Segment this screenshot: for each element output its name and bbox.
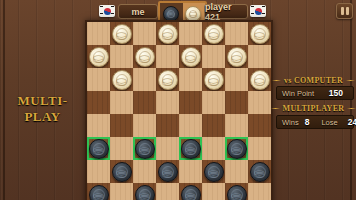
square-f4[interactable]: [202, 114, 225, 137]
square-b4[interactable]: [110, 114, 133, 137]
square-c8[interactable]: [133, 22, 156, 45]
square-a5[interactable]: [87, 91, 110, 114]
square-b3[interactable]: [110, 137, 133, 160]
square-b2[interactable]: ⛂: [110, 160, 133, 183]
checker-dark[interactable]: ⛂: [135, 185, 155, 201]
square-c5[interactable]: [133, 91, 156, 114]
square-a3[interactable]: ⛂: [87, 137, 110, 160]
square-c7[interactable]: ⛀: [133, 45, 156, 68]
player-name-opponent: player 421: [204, 4, 248, 19]
taegeuk-icon: [104, 8, 111, 15]
square-h2[interactable]: ⛂: [248, 160, 271, 183]
flag-trigram: [111, 6, 114, 9]
square-d3[interactable]: [156, 137, 179, 160]
wins-label: Wins: [282, 118, 299, 127]
square-f5[interactable]: [202, 91, 225, 114]
square-h4[interactable]: [248, 114, 271, 137]
flag-trigram: [262, 6, 265, 9]
decorative-line: [271, 108, 280, 109]
pause-icon: [341, 7, 344, 15]
checker-light[interactable]: ⛀: [158, 24, 178, 44]
board: ⛀⛀⛀⛀⛀⛀⛀⛀⛀⛀⛀⛀⛂⛂⛂⛂⛂⛂⛂⛂⛂⛂⛂⛂: [85, 20, 273, 200]
square-d8[interactable]: ⛀: [156, 22, 179, 45]
wins-lose-bar: Wins 8 Lose 24: [276, 115, 354, 129]
decorative-line: [272, 80, 281, 81]
win-point-bar: Win Point 150: [276, 86, 354, 100]
square-a2[interactable]: [87, 160, 110, 183]
square-d4[interactable]: [156, 114, 179, 137]
checker-light[interactable]: ⛀: [135, 47, 155, 67]
decorative-line: [346, 80, 355, 81]
square-e5[interactable]: [179, 91, 202, 114]
vs-computer-title: vs COMPUTER: [284, 76, 343, 85]
square-e2[interactable]: [179, 160, 202, 183]
multiplayer-heading: MULTIPLAYER: [271, 104, 356, 113]
south-korea-flag-right: [250, 5, 266, 17]
flag-trigram: [262, 13, 265, 16]
turn-indicator: ⛂ ⛀: [158, 1, 207, 22]
square-h1[interactable]: [248, 183, 271, 200]
checker-light[interactable]: ⛀: [250, 70, 270, 90]
wood-seam: [350, 0, 352, 200]
square-d6[interactable]: ⛀: [156, 68, 179, 91]
square-h7[interactable]: [248, 45, 271, 68]
square-b6[interactable]: ⛀: [110, 68, 133, 91]
square-d2[interactable]: ⛂: [156, 160, 179, 183]
checker-dark[interactable]: ⛂: [135, 139, 155, 159]
checker-light[interactable]: ⛀: [112, 70, 132, 90]
square-c4[interactable]: [133, 114, 156, 137]
square-a4[interactable]: [87, 114, 110, 137]
checker-light[interactable]: ⛀: [227, 47, 247, 67]
flag-trigram: [251, 6, 254, 9]
square-h3[interactable]: [248, 137, 271, 160]
multiplay-banner: MULTI-PLAY: [0, 93, 85, 125]
square-c1[interactable]: ⛂: [133, 183, 156, 200]
checker-dark[interactable]: ⛂: [227, 185, 247, 201]
square-g5[interactable]: [225, 91, 248, 114]
checker-dark[interactable]: ⛂: [204, 162, 224, 182]
checker-light[interactable]: ⛀: [158, 70, 178, 90]
square-g1[interactable]: ⛂: [225, 183, 248, 200]
flag-trigram: [100, 13, 103, 16]
square-a8[interactable]: [87, 22, 110, 45]
checker-dark[interactable]: ⛂: [89, 185, 109, 201]
multiplayer-title: MULTIPLAYER: [283, 104, 345, 113]
square-f3[interactable]: [202, 137, 225, 160]
checker-light[interactable]: ⛀: [112, 24, 132, 44]
square-d1[interactable]: [156, 183, 179, 200]
wins-value: 8: [305, 117, 310, 127]
square-g6[interactable]: [225, 68, 248, 91]
square-e8[interactable]: [179, 22, 202, 45]
square-a7[interactable]: ⛀: [87, 45, 110, 68]
decorative-line: [347, 108, 356, 109]
flag-trigram: [251, 13, 254, 16]
win-point-label: Win Point: [282, 89, 314, 98]
square-h6[interactable]: ⛀: [248, 68, 271, 91]
checker-light[interactable]: ⛀: [250, 24, 270, 44]
checker-light[interactable]: ⛀: [204, 70, 224, 90]
checker-dark[interactable]: ⛂: [250, 162, 270, 182]
player-name-label: me: [131, 7, 144, 17]
square-a1[interactable]: ⛂: [87, 183, 110, 200]
square-a6[interactable]: [87, 68, 110, 91]
checker-dark[interactable]: ⛂: [89, 139, 109, 159]
square-c6[interactable]: [133, 68, 156, 91]
square-c2[interactable]: [133, 160, 156, 183]
square-c3[interactable]: ⛂: [133, 137, 156, 160]
square-g2[interactable]: [225, 160, 248, 183]
square-e4[interactable]: [179, 114, 202, 137]
player-name-label: player 421: [205, 2, 247, 22]
square-b1[interactable]: [110, 183, 133, 200]
square-e3[interactable]: ⛂: [179, 137, 202, 160]
lose-value: 24: [348, 117, 356, 127]
player-name-me: me: [118, 4, 158, 19]
checker-dark[interactable]: ⛂: [112, 162, 132, 182]
square-g7[interactable]: ⛀: [225, 45, 248, 68]
square-h5[interactable]: [248, 91, 271, 114]
square-b8[interactable]: ⛀: [110, 22, 133, 45]
checker-light[interactable]: ⛀: [204, 24, 224, 44]
checker-light[interactable]: ⛀: [181, 47, 201, 67]
checker-dark[interactable]: ⛂: [181, 139, 201, 159]
game-screen: me ⛂ ⛀ player 421 ⛀⛀⛀⛀⛀⛀⛀⛀⛀⛀⛀⛀⛂⛂⛂⛂⛂⛂⛂⛂⛂⛂…: [0, 0, 356, 200]
square-b5[interactable]: [110, 91, 133, 114]
win-point-value: 150: [329, 88, 343, 98]
square-f2[interactable]: ⛂: [202, 160, 225, 183]
square-g4[interactable]: [225, 114, 248, 137]
checker-dark[interactable]: ⛂: [227, 139, 247, 159]
pause-icon: [346, 7, 349, 15]
flag-trigram: [100, 6, 103, 9]
checker-dark[interactable]: ⛂: [181, 185, 201, 201]
south-korea-flag-left: [99, 5, 115, 17]
square-f7[interactable]: [202, 45, 225, 68]
square-d5[interactable]: [156, 91, 179, 114]
square-f8[interactable]: ⛀: [202, 22, 225, 45]
square-f1[interactable]: [202, 183, 225, 200]
lose-label: Lose: [321, 118, 337, 127]
square-g8[interactable]: [225, 22, 248, 45]
square-f6[interactable]: ⛀: [202, 68, 225, 91]
square-e6[interactable]: [179, 68, 202, 91]
square-g3[interactable]: ⛂: [225, 137, 248, 160]
dark-side-square: ⛂: [160, 3, 183, 20]
taegeuk-icon: [255, 8, 262, 15]
square-h8[interactable]: ⛀: [248, 22, 271, 45]
flag-trigram: [111, 13, 114, 16]
checker-light[interactable]: ⛀: [89, 47, 109, 67]
pause-button[interactable]: [336, 3, 353, 19]
checker-dark[interactable]: ⛂: [158, 162, 178, 182]
square-d7[interactable]: [156, 45, 179, 68]
square-e1[interactable]: ⛂: [179, 183, 202, 200]
square-b7[interactable]: [110, 45, 133, 68]
square-e7[interactable]: ⛀: [179, 45, 202, 68]
light-side-square: ⛀: [183, 3, 206, 20]
vs-computer-heading: vs COMPUTER: [271, 76, 356, 85]
